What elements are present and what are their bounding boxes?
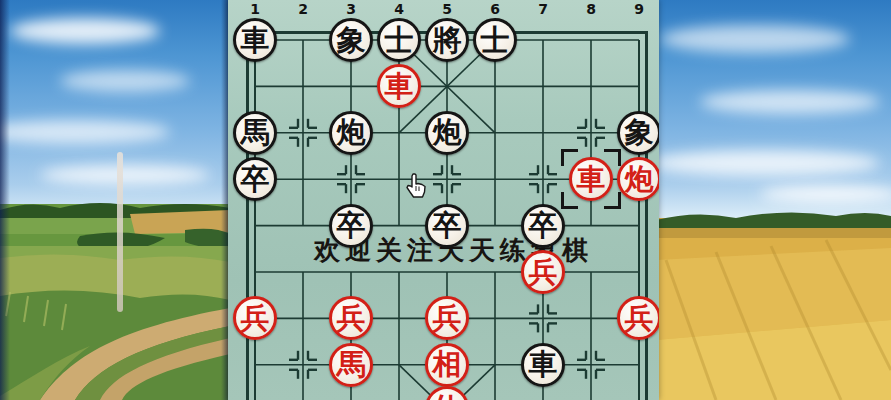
piece-black-advisor-c6r0[interactable]: 士 — [473, 18, 517, 62]
piece-red-cannon-c9r3[interactable]: 炮 — [617, 157, 659, 201]
piece-black-advisor-c4r0[interactable]: 士 — [377, 18, 421, 62]
col-label-4: 4 — [391, 1, 407, 17]
piece-red-chariot-c8r3[interactable]: 車 — [569, 157, 613, 201]
piece-black-soldier-c7r4[interactable]: 卒 — [521, 204, 565, 248]
xiangqi-board[interactable]: 123456789 欢迎关注天天练象棋 車象士將士車馬炮炮象卒車炮卒卒卒兵兵兵兵… — [228, 0, 659, 400]
right-wheat-field-photo — [656, 200, 891, 400]
cloud — [40, 165, 210, 185]
col-label-6: 6 — [487, 1, 503, 17]
cloud — [60, 70, 190, 92]
col-label-9: 9 — [631, 1, 647, 17]
piece-black-horse-c1r2[interactable]: 馬 — [233, 111, 277, 155]
piece-black-elephant-c3r0[interactable]: 象 — [329, 18, 373, 62]
left-field-photo — [0, 196, 230, 400]
col-label-1: 1 — [247, 1, 263, 17]
fence-post — [117, 152, 123, 312]
piece-black-general-c5r0[interactable]: 將 — [425, 18, 469, 62]
col-label-3: 3 — [343, 1, 359, 17]
piece-red-horse-c3r7[interactable]: 馬 — [329, 343, 373, 387]
piece-red-soldier-c7r5[interactable]: 兵 — [521, 250, 565, 294]
app-screen: 123456789 欢迎关注天天练象棋 車象士將士車馬炮炮象卒車炮卒卒卒兵兵兵兵… — [0, 0, 891, 400]
piece-black-elephant-c9r2[interactable]: 象 — [617, 111, 659, 155]
piece-red-soldier-c9r6[interactable]: 兵 — [617, 296, 659, 340]
piece-black-soldier-c3r4[interactable]: 卒 — [329, 204, 373, 248]
cloud — [10, 18, 160, 44]
cloud — [650, 150, 880, 176]
cloud — [660, 25, 850, 53]
photo-edge-shade — [0, 0, 10, 400]
piece-black-soldier-c5r4[interactable]: 卒 — [425, 204, 469, 248]
piece-black-chariot-c7r7[interactable]: 車 — [521, 343, 565, 387]
piece-black-cannon-c5r2[interactable]: 炮 — [425, 111, 469, 155]
cloud — [700, 90, 880, 114]
piece-black-soldier-c1r3[interactable]: 卒 — [233, 157, 277, 201]
piece-black-cannon-c3r2[interactable]: 炮 — [329, 111, 373, 155]
piece-black-chariot-c1r0[interactable]: 車 — [233, 18, 277, 62]
col-label-5: 5 — [439, 1, 455, 17]
col-label-7: 7 — [535, 1, 551, 17]
col-label-8: 8 — [583, 1, 599, 17]
col-label-2: 2 — [295, 1, 311, 17]
piece-red-elephant-c5r7[interactable]: 相 — [425, 343, 469, 387]
